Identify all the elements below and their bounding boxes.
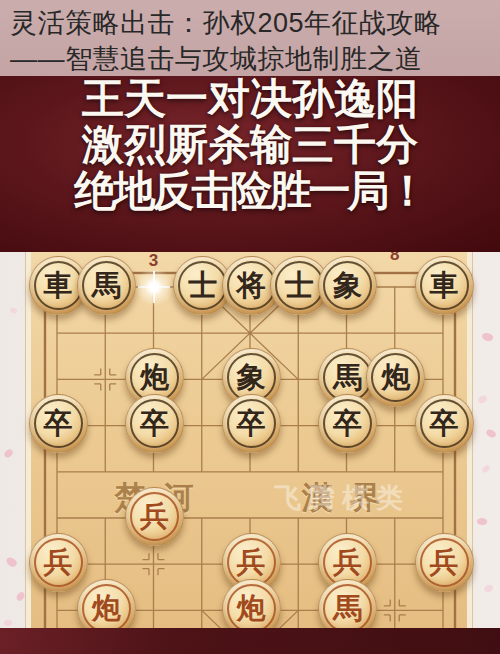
banner-line-3: 绝地反击险胜一局！ xyxy=(0,168,500,214)
petal-decoration xyxy=(9,307,18,315)
piece-black-卒[interactable]: 卒 xyxy=(125,394,184,453)
petal-decoration xyxy=(481,464,491,474)
petal-decoration xyxy=(477,395,488,405)
video-title-bar: 灵活策略出击：孙权205年征战攻略——智慧追击与攻城掠地制胜之道 xyxy=(0,0,500,76)
piece-black-卒[interactable]: 卒 xyxy=(29,394,88,453)
piece-black-象[interactable]: 象 xyxy=(318,256,377,315)
piece-red-兵[interactable]: 兵 xyxy=(125,487,184,546)
petal-decoration xyxy=(476,517,487,526)
app-watermark: 飞腾棋类 xyxy=(274,480,410,516)
piece-black-炮[interactable]: 炮 xyxy=(366,348,425,407)
video-title: 灵活策略出击：孙权205年征战攻略——智慧追击与攻城掠地制胜之道 xyxy=(0,0,500,77)
xiangqi-board[interactable]: 楚河 漢界 飞腾棋类 3 8 車馬士将士象車炮象馬炮卒卒卒卒卒兵兵兵兵兵炮炮馬 xyxy=(31,250,467,632)
piece-black-卒[interactable]: 卒 xyxy=(222,394,281,453)
piece-red-兵[interactable]: 兵 xyxy=(415,533,474,592)
piece-black-卒[interactable]: 卒 xyxy=(415,394,474,453)
page: 灵活策略出击：孙权205年征战攻略——智慧追击与攻城掠地制胜之道 王天一对决孙逸… xyxy=(0,0,500,654)
piece-red-兵[interactable]: 兵 xyxy=(29,533,88,592)
banner-line-1: 王天一对决孙逸阳 xyxy=(0,76,500,122)
petal-decoration xyxy=(481,331,494,343)
piece-black-車[interactable]: 車 xyxy=(415,256,474,315)
petal-decoration xyxy=(483,584,493,592)
petal-decoration xyxy=(3,448,14,458)
petal-decoration xyxy=(15,591,26,602)
board-stage: 楚河 漢界 飞腾棋类 3 8 車馬士将士象車炮象馬炮卒卒卒卒卒兵兵兵兵兵炮炮馬 xyxy=(0,250,500,654)
petal-decoration xyxy=(5,555,18,568)
petal-decoration xyxy=(4,619,13,626)
piece-black-卒[interactable]: 卒 xyxy=(318,394,377,453)
petal-decoration xyxy=(485,428,497,440)
banner-line-2: 激烈厮杀输三千分 xyxy=(0,122,500,168)
last-move-origin-marker xyxy=(134,267,174,307)
bottom-crop-band xyxy=(0,628,500,654)
thumbnail-banner: 王天一对决孙逸阳 激烈厮杀输三千分 绝地反击险胜一局！ xyxy=(0,76,500,252)
piece-black-馬[interactable]: 馬 xyxy=(77,256,136,315)
